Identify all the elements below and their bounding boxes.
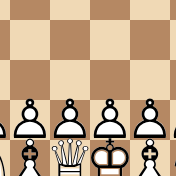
square-e4[interactable] — [90, 20, 130, 60]
piece-white-knight[interactable]: ♞♘ — [0, 140, 10, 176]
chess-board-viewport: ♜♖♞♘♝♗♛♕♚♔♝♗♞♘♜♖♟♙♟♙♟♙♟♙♟♙♟♙♟♙♟♙♟♙♟♙♟♙♟♙… — [0, 0, 176, 176]
square-g3[interactable] — [170, 60, 176, 100]
piece-outline-layer: ♙ — [10, 100, 50, 140]
square-f2[interactable]: ♟♙ — [130, 100, 170, 140]
piece-fill-layer: ♟ — [0, 100, 10, 140]
square-b2[interactable]: ♟♙ — [0, 100, 10, 140]
square-c2[interactable]: ♟♙ — [10, 100, 50, 140]
square-f3[interactable] — [130, 60, 170, 100]
square-e2[interactable]: ♟♙ — [90, 100, 130, 140]
square-d5[interactable] — [50, 0, 90, 20]
square-c4[interactable] — [10, 20, 50, 60]
piece-white-bishop[interactable]: ♝♗ — [10, 140, 50, 176]
piece-outline-layer: ♘ — [0, 140, 10, 176]
piece-fill-layer: ♟ — [130, 100, 170, 140]
piece-white-pawn[interactable]: ♟♙ — [50, 100, 90, 140]
piece-outline-layer: ♙ — [0, 100, 10, 140]
piece-white-pawn[interactable]: ♟♙ — [90, 100, 130, 140]
piece-white-pawn[interactable]: ♟♙ — [130, 100, 170, 140]
square-b3[interactable] — [0, 60, 10, 100]
piece-fill-layer: ♟ — [10, 100, 50, 140]
square-d2[interactable]: ♟♙ — [50, 100, 90, 140]
square-b5[interactable] — [0, 0, 10, 20]
chess-board: ♜♖♞♘♝♗♛♕♚♔♝♗♞♘♜♖♟♙♟♙♟♙♟♙♟♙♟♙♟♙♟♙♟♙♟♙♟♙♟♙… — [0, 0, 176, 176]
piece-outline-layer: ♗ — [130, 140, 170, 176]
piece-outline-layer: ♔ — [90, 140, 130, 176]
square-b1[interactable]: ♞♘ — [0, 140, 10, 176]
square-g2[interactable]: ♟♙ — [170, 100, 176, 140]
piece-fill-layer: ♞ — [170, 140, 176, 176]
piece-outline-layer: ♙ — [130, 100, 170, 140]
piece-fill-layer: ♝ — [130, 140, 170, 176]
piece-white-pawn[interactable]: ♟♙ — [10, 100, 50, 140]
square-f5[interactable] — [130, 0, 170, 20]
square-e1[interactable]: ♚♔ — [90, 140, 130, 176]
piece-outline-layer: ♙ — [50, 100, 90, 140]
piece-outline-layer: ♙ — [170, 100, 176, 140]
piece-fill-layer: ♟ — [90, 100, 130, 140]
piece-white-queen[interactable]: ♛♕ — [50, 140, 90, 176]
square-g1[interactable]: ♞♘ — [170, 140, 176, 176]
piece-white-pawn[interactable]: ♟♙ — [170, 100, 176, 140]
square-d3[interactable] — [50, 60, 90, 100]
piece-fill-layer: ♚ — [90, 140, 130, 176]
square-b4[interactable] — [0, 20, 10, 60]
piece-outline-layer: ♙ — [90, 100, 130, 140]
square-f4[interactable] — [130, 20, 170, 60]
square-d4[interactable] — [50, 20, 90, 60]
square-g4[interactable] — [170, 20, 176, 60]
piece-fill-layer: ♞ — [0, 140, 10, 176]
piece-outline-layer: ♕ — [50, 140, 90, 176]
piece-white-bishop[interactable]: ♝♗ — [130, 140, 170, 176]
piece-fill-layer: ♟ — [170, 100, 176, 140]
piece-fill-layer: ♛ — [50, 140, 90, 176]
square-d1[interactable]: ♛♕ — [50, 140, 90, 176]
piece-outline-layer: ♗ — [10, 140, 50, 176]
square-f1[interactable]: ♝♗ — [130, 140, 170, 176]
square-c3[interactable] — [10, 60, 50, 100]
square-e5[interactable] — [90, 0, 130, 20]
piece-fill-layer: ♝ — [10, 140, 50, 176]
square-c1[interactable]: ♝♗ — [10, 140, 50, 176]
piece-white-knight[interactable]: ♞♘ — [170, 140, 176, 176]
piece-outline-layer: ♘ — [170, 140, 176, 176]
square-g5[interactable] — [170, 0, 176, 20]
piece-white-king[interactable]: ♚♔ — [90, 140, 130, 176]
square-e3[interactable] — [90, 60, 130, 100]
square-c5[interactable] — [10, 0, 50, 20]
piece-white-pawn[interactable]: ♟♙ — [0, 100, 10, 140]
piece-fill-layer: ♟ — [50, 100, 90, 140]
